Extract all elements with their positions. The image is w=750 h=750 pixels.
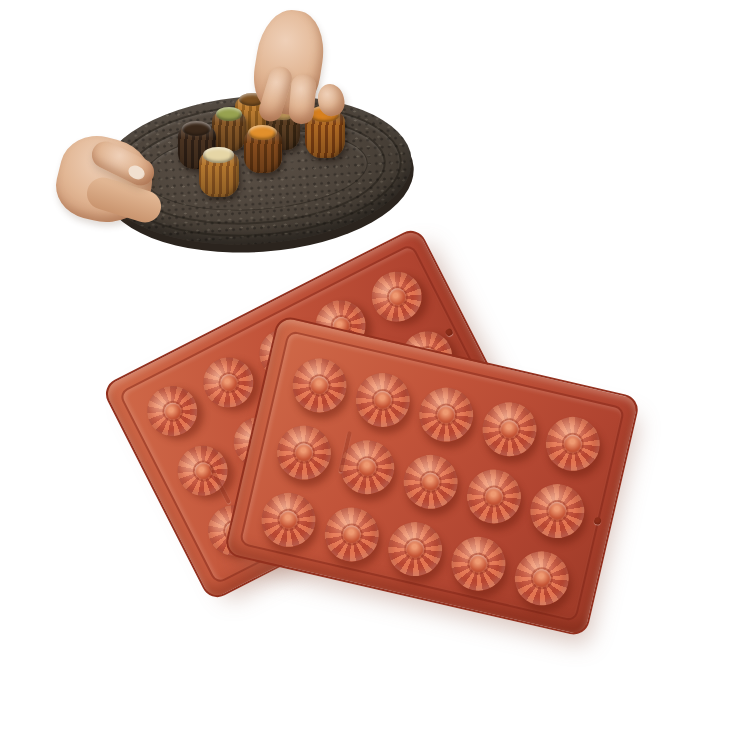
matcha-topped-canele	[212, 111, 246, 151]
canele-group	[0, 0, 430, 260]
orange-glazed-canele	[244, 129, 282, 173]
right-middle-finger	[288, 73, 317, 125]
inset-lifestyle-photo	[0, 0, 430, 260]
tray-hang-hole	[593, 517, 601, 525]
cream-filled-canele	[199, 151, 239, 197]
front-canele-mold-tray	[223, 314, 641, 637]
